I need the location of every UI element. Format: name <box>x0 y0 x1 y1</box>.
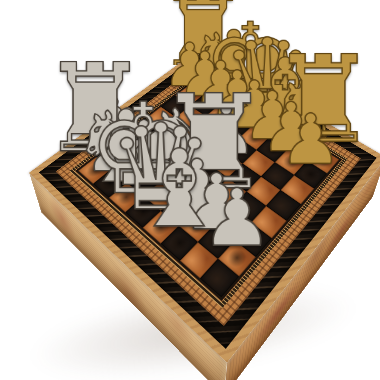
photo-backdrop: ♜♟♟♜♞♟♟♞♝♟♟♝♚♟♞♟♚♛♟♟♛♝♟♜♟♝♟♟♞♟♟♜ <box>0 0 380 380</box>
piece-gold-pawn[interactable]: ♟ <box>280 105 342 174</box>
piece-silver-pawn[interactable]: ♟ <box>202 179 273 258</box>
scene: ♜♟♟♜♞♟♟♞♝♟♟♝♚♟♞♟♚♛♟♟♛♝♟♜♟♝♟♟♞♟♟♜ <box>0 0 380 380</box>
chess-board-box: ♜♟♟♜♞♟♟♞♝♟♟♝♚♟♞♟♚♛♟♟♛♝♟♜♟♝♟♟♞♟♟♜ <box>29 48 380 363</box>
